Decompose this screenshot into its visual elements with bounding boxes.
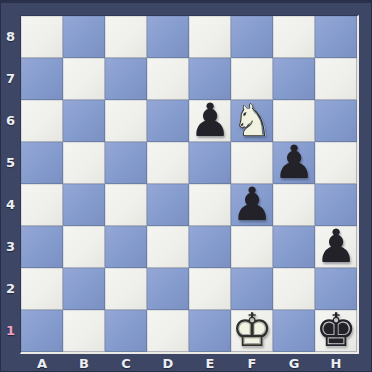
square-d7[interactable]: [147, 58, 189, 100]
square-a5[interactable]: [21, 142, 63, 184]
file-label-b: B: [63, 354, 105, 372]
square-b2[interactable]: [63, 268, 105, 310]
square-e1[interactable]: [189, 310, 231, 352]
knight-outline-glyph: ♘: [231, 98, 273, 140]
square-c1[interactable]: [105, 310, 147, 352]
square-h6[interactable]: [315, 100, 357, 142]
chess-board: ♟♞♘♟♟♟♚♔♚: [20, 15, 359, 354]
square-d2[interactable]: [147, 268, 189, 310]
square-g8[interactable]: [273, 16, 315, 58]
square-b6[interactable]: [63, 100, 105, 142]
rank-label-5: 5: [1, 141, 20, 183]
square-g2[interactable]: [273, 268, 315, 310]
square-b5[interactable]: [63, 142, 105, 184]
square-h1[interactable]: ♚: [315, 310, 357, 352]
square-c8[interactable]: [105, 16, 147, 58]
file-label-f: F: [231, 354, 273, 372]
king-outline-glyph: ♔: [231, 308, 273, 350]
square-b8[interactable]: [63, 16, 105, 58]
square-c5[interactable]: [105, 142, 147, 184]
square-g7[interactable]: [273, 58, 315, 100]
square-b4[interactable]: [63, 184, 105, 226]
black-pawn[interactable]: ♟: [189, 100, 231, 142]
file-label-d: D: [147, 354, 189, 372]
pawn-glyph: ♟: [273, 140, 315, 182]
white-king[interactable]: ♚♔: [231, 310, 273, 352]
square-f8[interactable]: [231, 16, 273, 58]
square-h3[interactable]: ♟: [315, 226, 357, 268]
square-h5[interactable]: [315, 142, 357, 184]
file-label-a: A: [21, 354, 63, 372]
file-label-c: C: [105, 354, 147, 372]
square-f6[interactable]: ♞♘: [231, 100, 273, 142]
square-b7[interactable]: [63, 58, 105, 100]
square-c7[interactable]: [105, 58, 147, 100]
square-b1[interactable]: [63, 310, 105, 352]
square-g4[interactable]: [273, 184, 315, 226]
square-h7[interactable]: [315, 58, 357, 100]
square-c4[interactable]: [105, 184, 147, 226]
square-f4[interactable]: ♟: [231, 184, 273, 226]
chess-board-window: ♟♞♘♟♟♟♚♔♚ 87654321ABCDEFGH: [0, 0, 372, 372]
square-e4[interactable]: [189, 184, 231, 226]
square-e3[interactable]: [189, 226, 231, 268]
rank-label-7: 7: [1, 57, 20, 99]
square-a6[interactable]: [21, 100, 63, 142]
black-king[interactable]: ♚: [315, 310, 357, 352]
pawn-glyph: ♟: [231, 182, 273, 224]
king-glyph: ♚: [315, 308, 357, 350]
rank-label-4: 4: [1, 183, 20, 225]
square-g5[interactable]: ♟: [273, 142, 315, 184]
square-a3[interactable]: [21, 226, 63, 268]
white-knight[interactable]: ♞♘: [231, 100, 273, 142]
black-pawn[interactable]: ♟: [231, 184, 273, 226]
square-a1[interactable]: [21, 310, 63, 352]
file-label-g: G: [273, 354, 315, 372]
rank-label-1: 1: [1, 309, 20, 351]
square-c3[interactable]: [105, 226, 147, 268]
square-d5[interactable]: [147, 142, 189, 184]
rank-label-2: 2: [1, 267, 20, 309]
pawn-glyph: ♟: [315, 224, 357, 266]
square-e5[interactable]: [189, 142, 231, 184]
square-g3[interactable]: [273, 226, 315, 268]
file-label-e: E: [189, 354, 231, 372]
square-d4[interactable]: [147, 184, 189, 226]
rank-label-6: 6: [1, 99, 20, 141]
square-a8[interactable]: [21, 16, 63, 58]
square-d6[interactable]: [147, 100, 189, 142]
square-g1[interactable]: [273, 310, 315, 352]
square-d3[interactable]: [147, 226, 189, 268]
square-c6[interactable]: [105, 100, 147, 142]
square-a4[interactable]: [21, 184, 63, 226]
square-c2[interactable]: [105, 268, 147, 310]
rank-label-8: 8: [1, 15, 20, 57]
file-label-h: H: [315, 354, 357, 372]
black-pawn[interactable]: ♟: [315, 226, 357, 268]
square-b3[interactable]: [63, 226, 105, 268]
pawn-glyph: ♟: [189, 98, 231, 140]
square-f3[interactable]: [231, 226, 273, 268]
square-d1[interactable]: [147, 310, 189, 352]
square-e8[interactable]: [189, 16, 231, 58]
square-a7[interactable]: [21, 58, 63, 100]
square-d8[interactable]: [147, 16, 189, 58]
square-a2[interactable]: [21, 268, 63, 310]
square-f1[interactable]: ♚♔: [231, 310, 273, 352]
square-e2[interactable]: [189, 268, 231, 310]
black-pawn[interactable]: ♟: [273, 142, 315, 184]
square-e6[interactable]: ♟: [189, 100, 231, 142]
rank-label-3: 3: [1, 225, 20, 267]
square-h8[interactable]: [315, 16, 357, 58]
